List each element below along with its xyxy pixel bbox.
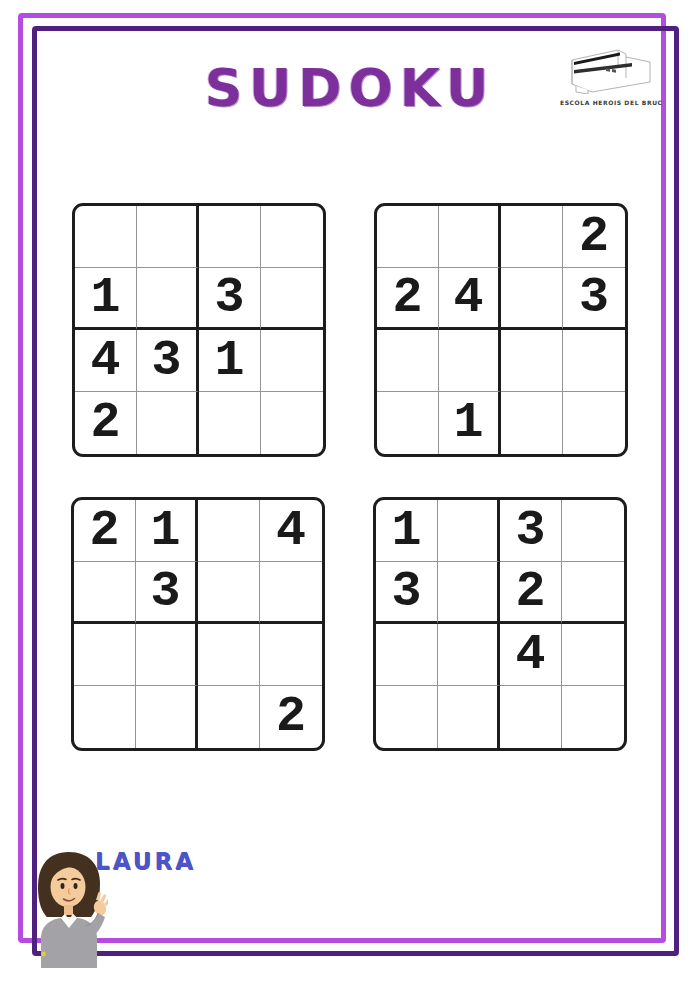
- cell-r4c4[interactable]: [261, 392, 323, 454]
- cell-r4c1[interactable]: [377, 392, 439, 454]
- sudoku-grid-2: 22431: [374, 203, 628, 457]
- cell-r2c1: 2: [377, 268, 439, 330]
- cell-r1c2[interactable]: [137, 206, 199, 268]
- cell-r1c1: 2: [74, 500, 136, 562]
- cell-r1c2[interactable]: [439, 206, 501, 268]
- cell-r4c1: 2: [75, 392, 137, 454]
- cell-r1c1: 1: [376, 500, 438, 562]
- cell-r1c4: 4: [260, 500, 322, 562]
- cell-r4c2[interactable]: [136, 686, 198, 748]
- cell-r2c4[interactable]: [260, 562, 322, 624]
- cell-r2c1[interactable]: [74, 562, 136, 624]
- cell-r3c1[interactable]: [376, 624, 438, 686]
- cell-r1c1[interactable]: [377, 206, 439, 268]
- cell-r3c1[interactable]: [74, 624, 136, 686]
- cell-r2c3: 2: [500, 562, 562, 624]
- worksheet-page: SUDOKU ESCOLA HEROIS DEL BRUC 134312 224…: [0, 0, 700, 989]
- cell-r2c4: 3: [563, 268, 625, 330]
- cell-r4c3[interactable]: [500, 686, 562, 748]
- school-building-icon: [562, 44, 658, 94]
- cell-r4c1[interactable]: [74, 686, 136, 748]
- cell-r3c1[interactable]: [377, 330, 439, 392]
- cell-r1c4[interactable]: [261, 206, 323, 268]
- cell-r1c4: 2: [563, 206, 625, 268]
- cell-r3c2[interactable]: [439, 330, 501, 392]
- cell-r3c3: 4: [500, 624, 562, 686]
- cell-r4c1[interactable]: [376, 686, 438, 748]
- cell-r1c1[interactable]: [75, 206, 137, 268]
- cell-r1c3: 3: [500, 500, 562, 562]
- cell-r3c2[interactable]: [438, 624, 500, 686]
- cell-r2c2: 3: [136, 562, 198, 624]
- cell-r2c1: 1: [75, 268, 137, 330]
- cell-r3c4[interactable]: [261, 330, 323, 392]
- cell-r3c4[interactable]: [562, 624, 624, 686]
- cell-r1c3[interactable]: [198, 500, 260, 562]
- cell-r4c4: 2: [260, 686, 322, 748]
- school-logo: ESCOLA HEROIS DEL BRUC: [560, 44, 660, 106]
- cell-r2c3: 3: [199, 268, 261, 330]
- cell-r3c4[interactable]: [260, 624, 322, 686]
- cell-r2c4[interactable]: [261, 268, 323, 330]
- cell-r3c2[interactable]: [136, 624, 198, 686]
- cell-r4c2: 1: [439, 392, 501, 454]
- school-name: ESCOLA HEROIS DEL BRUC: [560, 99, 660, 106]
- cell-r2c4[interactable]: [562, 562, 624, 624]
- cell-r3c2: 3: [137, 330, 199, 392]
- sudoku-grid-1: 134312: [72, 203, 326, 457]
- cell-r4c2[interactable]: [137, 392, 199, 454]
- cell-r3c1: 4: [75, 330, 137, 392]
- cell-r4c3[interactable]: [501, 392, 563, 454]
- cell-r2c3[interactable]: [501, 268, 563, 330]
- cell-r4c2[interactable]: [438, 686, 500, 748]
- cell-r3c4[interactable]: [563, 330, 625, 392]
- cell-r2c2: 4: [439, 268, 501, 330]
- cell-r3c3[interactable]: [501, 330, 563, 392]
- cell-r1c2: 1: [136, 500, 198, 562]
- cell-r2c2[interactable]: [137, 268, 199, 330]
- cell-r4c3[interactable]: [198, 686, 260, 748]
- cell-r4c3[interactable]: [199, 392, 261, 454]
- cell-r1c2[interactable]: [438, 500, 500, 562]
- cell-r3c3: 1: [199, 330, 261, 392]
- student-name: LAURA: [95, 848, 196, 874]
- cell-r3c3[interactable]: [198, 624, 260, 686]
- sudoku-grid-4: 13324: [373, 497, 627, 751]
- decorative-border-dark: [32, 26, 679, 956]
- cell-r1c3[interactable]: [501, 206, 563, 268]
- cell-r2c1: 3: [376, 562, 438, 624]
- cell-r4c4[interactable]: [562, 686, 624, 748]
- cell-r1c3[interactable]: [199, 206, 261, 268]
- cell-r1c4[interactable]: [562, 500, 624, 562]
- cell-r2c3[interactable]: [198, 562, 260, 624]
- cell-r2c2[interactable]: [438, 562, 500, 624]
- sudoku-grid-3: 21432: [71, 497, 325, 751]
- cell-r4c4[interactable]: [563, 392, 625, 454]
